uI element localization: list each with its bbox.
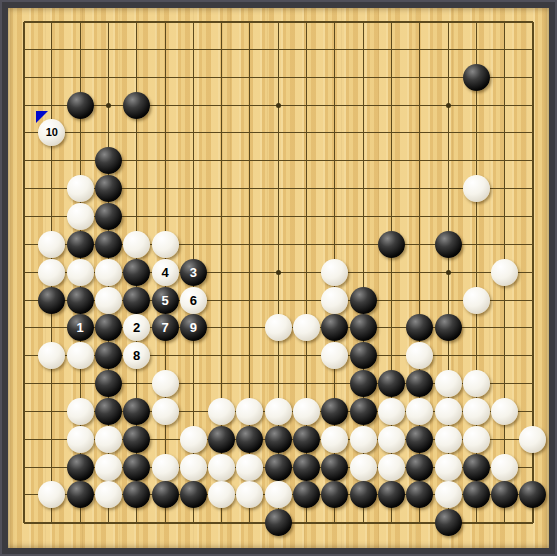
stone-white[interactable] — [208, 454, 235, 481]
stone-black[interactable] — [321, 398, 348, 425]
stone-white[interactable] — [38, 259, 65, 286]
go-board[interactable]: 10435612798 — [8, 8, 549, 548]
blue-triangle-marker — [36, 111, 48, 123]
stone-black[interactable] — [123, 287, 150, 314]
stone-white[interactable] — [519, 426, 546, 453]
stone-black[interactable] — [293, 454, 320, 481]
stone-black[interactable] — [293, 426, 320, 453]
stone-black[interactable] — [406, 454, 433, 481]
stone-white-move-8[interactable]: 8 — [123, 342, 150, 369]
stone-black[interactable] — [208, 426, 235, 453]
stone-white[interactable] — [265, 314, 292, 341]
stone-black[interactable] — [95, 398, 122, 425]
stone-black[interactable] — [435, 314, 462, 341]
stone-black[interactable] — [265, 509, 292, 536]
stone-white[interactable] — [95, 287, 122, 314]
stone-black[interactable] — [95, 147, 122, 174]
stone-white-move-10[interactable]: 10 — [38, 119, 65, 146]
move-number-label: 3 — [190, 266, 197, 279]
stone-white[interactable] — [236, 481, 263, 508]
move-number-label: 9 — [190, 321, 197, 334]
stone-white[interactable] — [463, 426, 490, 453]
stone-black[interactable] — [350, 398, 377, 425]
stone-black[interactable] — [38, 287, 65, 314]
stone-black[interactable] — [152, 481, 179, 508]
stone-white[interactable] — [406, 398, 433, 425]
stone-black[interactable] — [519, 481, 546, 508]
stone-white[interactable] — [265, 481, 292, 508]
stone-black[interactable] — [321, 481, 348, 508]
stone-white[interactable] — [67, 203, 94, 230]
stone-white[interactable] — [236, 398, 263, 425]
stone-white-move-6[interactable]: 6 — [180, 287, 207, 314]
stone-white[interactable] — [265, 398, 292, 425]
stone-white[interactable] — [350, 426, 377, 453]
stone-white[interactable] — [67, 259, 94, 286]
stone-white[interactable] — [152, 231, 179, 258]
stone-black[interactable] — [95, 203, 122, 230]
stone-white[interactable] — [463, 398, 490, 425]
stone-black[interactable] — [180, 481, 207, 508]
move-number-label: 1 — [76, 321, 83, 334]
stone-black[interactable] — [350, 314, 377, 341]
stone-white[interactable] — [152, 454, 179, 481]
stone-white[interactable] — [378, 426, 405, 453]
stone-white[interactable] — [321, 259, 348, 286]
stone-white[interactable] — [208, 398, 235, 425]
move-number-label: 2 — [133, 321, 140, 334]
stone-black[interactable] — [95, 370, 122, 397]
stone-white[interactable] — [95, 481, 122, 508]
stone-black[interactable] — [406, 481, 433, 508]
stone-white-move-2[interactable]: 2 — [123, 314, 150, 341]
stone-black[interactable] — [95, 231, 122, 258]
stone-white[interactable] — [67, 398, 94, 425]
stone-white[interactable] — [180, 454, 207, 481]
stone-white[interactable] — [435, 426, 462, 453]
stone-white[interactable] — [321, 426, 348, 453]
stone-white[interactable] — [38, 231, 65, 258]
stone-white[interactable] — [236, 454, 263, 481]
stone-black[interactable] — [95, 314, 122, 341]
stone-white[interactable] — [38, 342, 65, 369]
stone-black[interactable] — [123, 398, 150, 425]
stone-black[interactable] — [123, 259, 150, 286]
stone-black[interactable] — [350, 370, 377, 397]
stone-black[interactable] — [236, 426, 263, 453]
stone-white[interactable] — [67, 175, 94, 202]
star-point — [446, 270, 451, 275]
star-point — [276, 103, 281, 108]
stone-black[interactable] — [95, 342, 122, 369]
stone-white[interactable] — [435, 481, 462, 508]
move-number-label: 6 — [190, 294, 197, 307]
move-number-label: 5 — [161, 294, 168, 307]
stone-black[interactable] — [293, 481, 320, 508]
stone-black[interactable] — [463, 481, 490, 508]
stone-white[interactable] — [435, 454, 462, 481]
stone-black[interactable] — [435, 231, 462, 258]
stone-white[interactable] — [378, 398, 405, 425]
move-number-label: 4 — [161, 266, 168, 279]
stone-black[interactable] — [123, 92, 150, 119]
stone-black[interactable] — [350, 342, 377, 369]
stone-white[interactable] — [208, 481, 235, 508]
star-point — [446, 103, 451, 108]
stone-white[interactable] — [95, 259, 122, 286]
star-point — [106, 103, 111, 108]
stone-black[interactable] — [378, 370, 405, 397]
stone-black[interactable] — [123, 454, 150, 481]
stone-white[interactable] — [463, 175, 490, 202]
stone-black[interactable] — [95, 175, 122, 202]
stone-white[interactable] — [435, 370, 462, 397]
star-point — [276, 270, 281, 275]
stone-black-move-5[interactable]: 5 — [152, 287, 179, 314]
move-number-label: 10 — [46, 127, 58, 138]
stone-black[interactable] — [67, 92, 94, 119]
stone-white[interactable] — [67, 426, 94, 453]
stone-black[interactable] — [463, 454, 490, 481]
stone-white[interactable] — [350, 454, 377, 481]
stone-white[interactable] — [95, 454, 122, 481]
stone-white[interactable] — [180, 426, 207, 453]
move-number-label: 7 — [161, 321, 168, 334]
stone-white[interactable] — [95, 426, 122, 453]
stone-black[interactable] — [378, 481, 405, 508]
stone-black[interactable] — [406, 426, 433, 453]
stone-white[interactable] — [406, 342, 433, 369]
stone-white[interactable] — [463, 370, 490, 397]
stone-black[interactable] — [463, 64, 490, 91]
stone-white[interactable] — [152, 398, 179, 425]
stone-white[interactable] — [293, 314, 320, 341]
stone-white[interactable] — [321, 342, 348, 369]
stone-white[interactable] — [293, 398, 320, 425]
stone-black-move-1[interactable]: 1 — [67, 314, 94, 341]
stone-black[interactable] — [123, 426, 150, 453]
stone-black[interactable] — [321, 454, 348, 481]
stone-black[interactable] — [350, 481, 377, 508]
stone-black-move-3[interactable]: 3 — [180, 259, 207, 286]
move-number-label: 8 — [133, 349, 140, 362]
stone-white-move-4[interactable]: 4 — [152, 259, 179, 286]
stone-black[interactable] — [123, 481, 150, 508]
stone-black[interactable] — [350, 287, 377, 314]
stone-black[interactable] — [378, 231, 405, 258]
stone-black[interactable] — [265, 426, 292, 453]
stone-black-move-9[interactable]: 9 — [180, 314, 207, 341]
stone-black[interactable] — [67, 454, 94, 481]
stone-black[interactable] — [67, 481, 94, 508]
stone-white[interactable] — [123, 231, 150, 258]
stone-black[interactable] — [265, 454, 292, 481]
stone-white[interactable] — [38, 481, 65, 508]
stone-white[interactable] — [491, 454, 518, 481]
stone-white[interactable] — [321, 287, 348, 314]
stone-white[interactable] — [491, 398, 518, 425]
stone-black[interactable] — [435, 509, 462, 536]
stone-white[interactable] — [378, 454, 405, 481]
stone-white[interactable] — [463, 287, 490, 314]
stone-white[interactable] — [67, 342, 94, 369]
app-window: 10435612798 — [0, 0, 557, 556]
stone-black[interactable] — [67, 231, 94, 258]
stone-black-move-7[interactable]: 7 — [152, 314, 179, 341]
stone-black[interactable] — [491, 481, 518, 508]
stone-black[interactable] — [406, 370, 433, 397]
stone-black[interactable] — [321, 314, 348, 341]
stone-white[interactable] — [491, 259, 518, 286]
stone-white[interactable] — [152, 370, 179, 397]
stone-black[interactable] — [406, 314, 433, 341]
stone-black[interactable] — [67, 287, 94, 314]
stone-white[interactable] — [435, 398, 462, 425]
